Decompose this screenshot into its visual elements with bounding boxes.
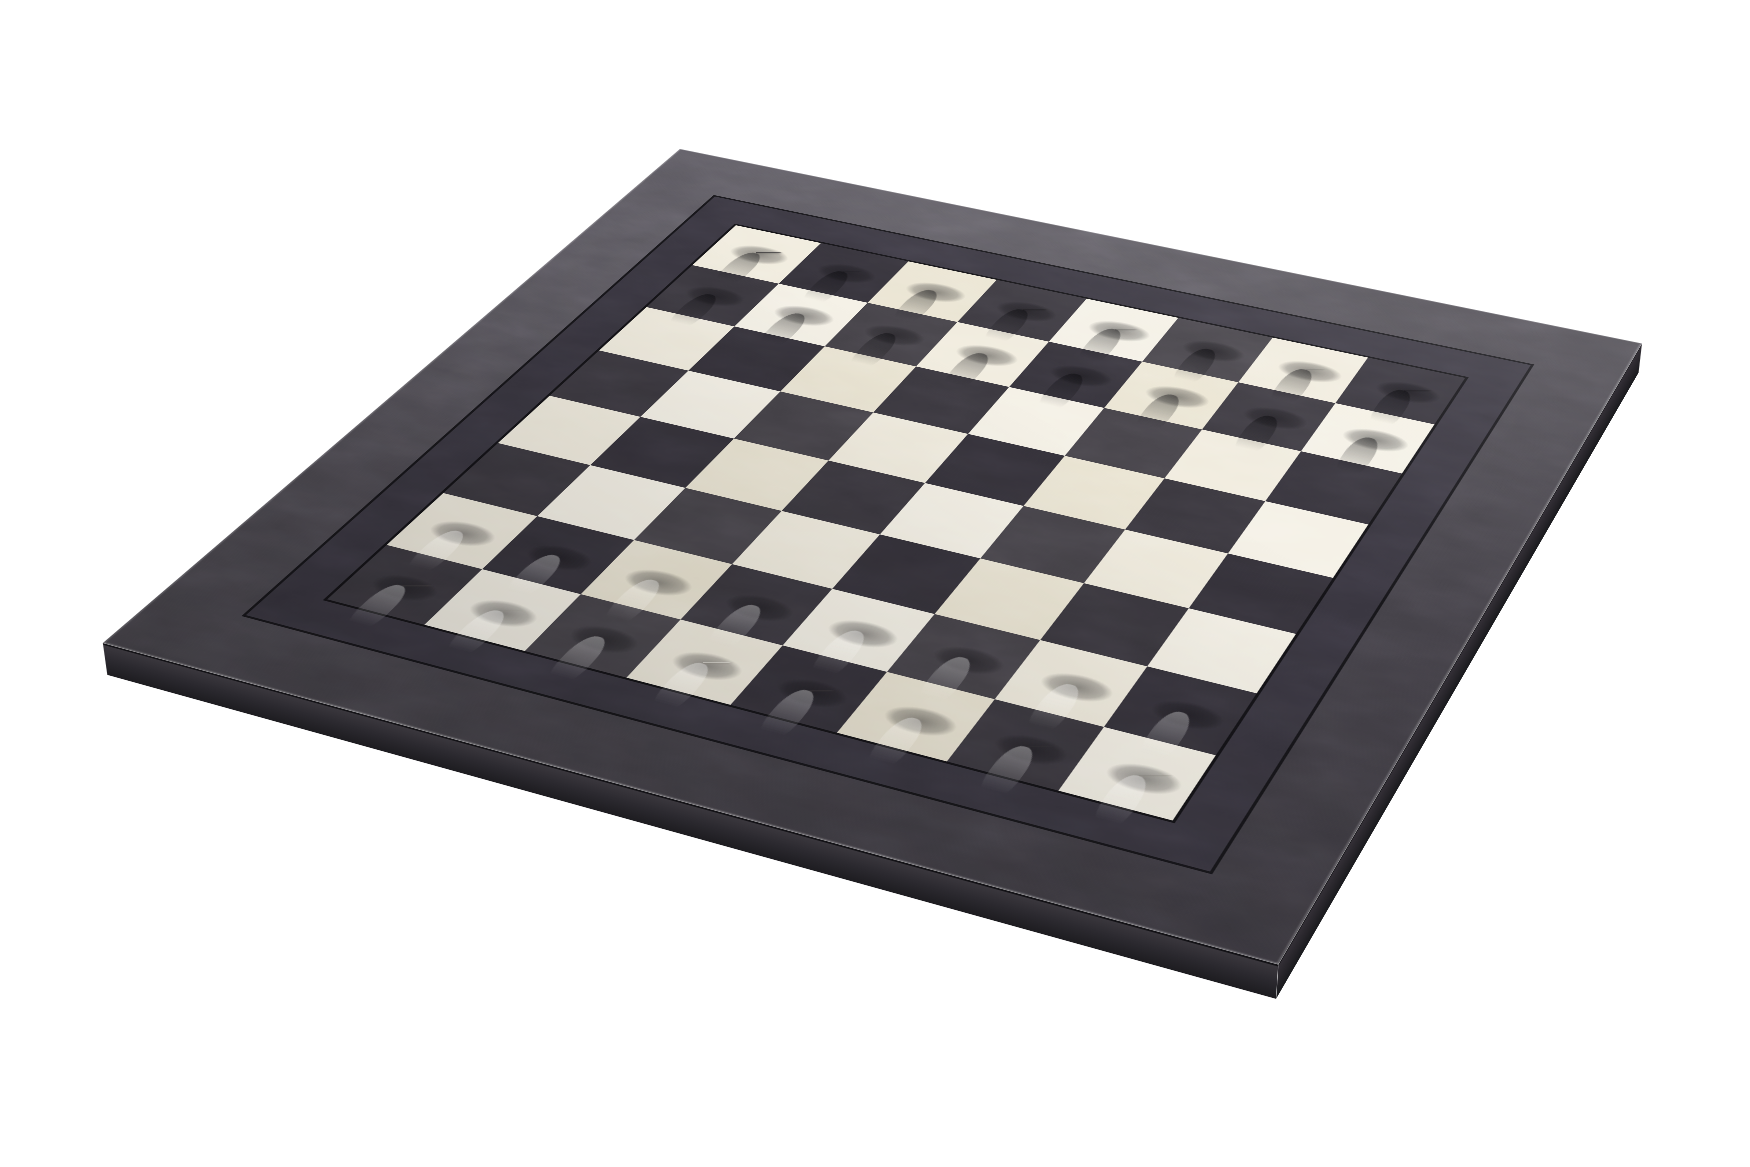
reflection-h1 bbox=[1086, 772, 1154, 833]
white-bishop-glyph bbox=[882, 551, 951, 717]
reflection-f1 bbox=[860, 714, 931, 773]
chess-board bbox=[103, 149, 1642, 965]
product-photo-scene bbox=[0, 0, 1750, 1167]
white-queen-glyph bbox=[662, 470, 744, 663]
reflection-d1 bbox=[644, 660, 717, 716]
white-rook-glyph bbox=[360, 426, 444, 585]
white-rook-glyph bbox=[1094, 602, 1185, 774]
white-king-glyph bbox=[766, 473, 851, 690]
white-knight-glyph bbox=[459, 439, 542, 610]
reflection-b1 bbox=[438, 607, 513, 660]
white-knight-glyph bbox=[983, 564, 1070, 746]
white-bishop-glyph bbox=[567, 475, 633, 636]
reflection-a1 bbox=[339, 582, 414, 634]
reflection-c1 bbox=[540, 633, 614, 688]
reflection-e1 bbox=[751, 687, 823, 744]
reflection-g1 bbox=[971, 743, 1041, 803]
